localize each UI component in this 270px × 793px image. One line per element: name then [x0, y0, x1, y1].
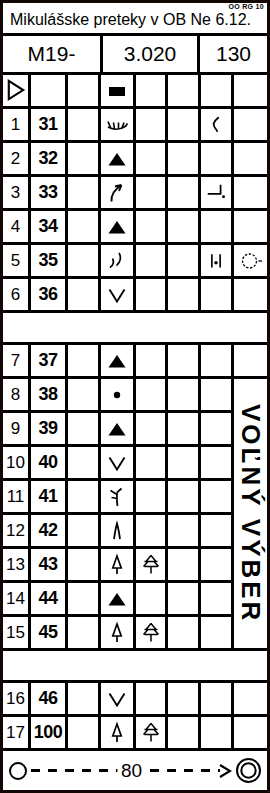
boulder-icon: [105, 147, 129, 171]
climb-cell: 130: [200, 36, 267, 72]
control-code-cell: 39: [31, 413, 68, 447]
symbol-cell-h: [234, 345, 267, 379]
symbol-cell-c: [68, 75, 101, 109]
symbol-cell-d: [101, 177, 136, 211]
symbol-cell-h: [234, 245, 267, 279]
course-header: M19- 3.020 130: [3, 36, 267, 75]
control-number-cell: 16: [3, 683, 31, 717]
control-row: 535: [3, 245, 267, 279]
control-description-card: OO RG 10 Mikulášske preteky v OB Ne 6.12…: [0, 0, 270, 793]
symbol-cell-h: [234, 717, 267, 751]
control-code-cell: 44: [31, 583, 68, 617]
control-code-cell: 36: [31, 279, 68, 313]
control-number-cell: 13: [3, 549, 31, 583]
symbol-cell-g: [201, 75, 234, 109]
symbol-cell-d: [101, 683, 136, 717]
symbol-cell-g: [201, 717, 234, 751]
symbol-cell-c: [68, 717, 101, 751]
symbol-cell-h: [234, 109, 267, 143]
symbol-cell-e: [136, 379, 168, 413]
control-row: 1545: [3, 617, 267, 651]
control-number-cell: 4: [3, 211, 31, 245]
symbol-cell-f: [168, 379, 201, 413]
symbol-cell-f: [168, 279, 201, 313]
route-distance: 80: [117, 760, 146, 782]
control-number-cell: 9: [3, 413, 31, 447]
control-code-cell: 31: [31, 109, 68, 143]
event-title: Mikulášske preteky v OB Ne 6.12.: [10, 11, 251, 29]
symbol-cell-e: [136, 683, 168, 717]
control-row: 131: [3, 109, 267, 143]
symbol-cell-f: [168, 345, 201, 379]
symbol-cell-c: [68, 683, 101, 717]
reentrant-icon: [105, 283, 129, 307]
symbol-cell-g: [201, 447, 234, 481]
start-row: [3, 75, 267, 109]
corner-dot-icon: [205, 181, 227, 205]
control-code-cell: [31, 75, 68, 109]
curved-arrow-icon: [105, 181, 129, 205]
start-triangle-icon: [4, 79, 27, 102]
symbol-cell-h: [234, 413, 267, 447]
symbol-cell-d: [101, 447, 136, 481]
symbol-cell-d: [101, 413, 136, 447]
control-row: 333: [3, 177, 267, 211]
symbol-cell-g: [201, 515, 234, 549]
knoll-dot-icon: [105, 383, 129, 407]
symbol-cell-e: [136, 279, 168, 313]
control-number-cell: 1: [3, 109, 31, 143]
control-code-cell: 38: [31, 379, 68, 413]
control-number-cell: 8: [3, 379, 31, 413]
symbol-cell-d: [101, 75, 136, 109]
spruce-icon: [139, 721, 163, 745]
symbol-cell-d: [101, 143, 136, 177]
control-grid: 131232333434535636737838VOĽNÝ VÝBER93910…: [3, 75, 267, 751]
symbol-cell-g: [201, 143, 234, 177]
control-code-cell: 100: [31, 717, 68, 751]
spruce-icon: [139, 553, 163, 577]
symbol-cell-g: [201, 177, 234, 211]
symbol-cell-d: [101, 583, 136, 617]
symbol-cell-g: [201, 413, 234, 447]
symbol-cell-g: [201, 345, 234, 379]
control-row: 1040: [3, 447, 267, 481]
route-arrow-icon: [218, 762, 232, 780]
finish-row: 80: [3, 751, 267, 790]
last-control-circle-icon: [8, 761, 28, 781]
control-code-cell: 40: [31, 447, 68, 481]
separator-band: [3, 313, 267, 345]
control-code-cell: 43: [31, 549, 68, 583]
control-code-cell: 45: [31, 617, 68, 651]
symbol-cell-e: [136, 75, 168, 109]
symbol-cell-c: [68, 583, 101, 617]
control-number-cell: 3: [3, 177, 31, 211]
symbol-cell-c: [68, 143, 101, 177]
control-code-cell: 35: [31, 245, 68, 279]
symbol-cell-f: [168, 143, 201, 177]
control-row: 232: [3, 143, 267, 177]
control-row: 838VOĽNÝ VÝBER: [3, 379, 267, 413]
symbol-cell-f: [168, 447, 201, 481]
taped-route: 80: [31, 751, 232, 790]
control-code-cell: 32: [31, 143, 68, 177]
symbol-cell-f: [168, 177, 201, 211]
control-number-cell: 5: [3, 245, 31, 279]
boulder-icon: [105, 417, 129, 441]
symbol-cell-g: [201, 245, 234, 279]
symbol-cell-g: [201, 617, 234, 651]
control-code-cell: 46: [31, 683, 68, 717]
symbol-cell-e: [136, 583, 168, 617]
symbol-cell-c: [68, 413, 101, 447]
control-row: 1343: [3, 549, 267, 583]
symbol-cell-d: [101, 617, 136, 651]
control-row: 737: [3, 345, 267, 379]
symbol-cell-f: [168, 617, 201, 651]
control-code-cell: 34: [31, 211, 68, 245]
symbol-cell-c: [68, 617, 101, 651]
control-number-cell: 17: [3, 717, 31, 751]
boulder-icon: [105, 587, 129, 611]
symbol-cell-h: [234, 143, 267, 177]
symbol-cell-h: [234, 481, 267, 515]
symbol-cell-d: [101, 279, 136, 313]
control-code-cell: 33: [31, 177, 68, 211]
symbol-cell-f: [168, 75, 201, 109]
symbol-cell-e: [136, 143, 168, 177]
symbol-cell-h: [234, 583, 267, 617]
symbol-cell-d: [101, 549, 136, 583]
org-code: OO RG 10: [229, 3, 264, 10]
control-number-cell: 15: [3, 617, 31, 651]
control-number-cell: 7: [3, 345, 31, 379]
finish-icon: [235, 757, 262, 784]
symbol-cell-d: [101, 211, 136, 245]
control-number-cell: 14: [3, 583, 31, 617]
symbol-cell-f: [168, 717, 201, 751]
control-number-cell: 10: [3, 447, 31, 481]
start-symbol-cell: [3, 75, 31, 109]
symbol-cell-h: [234, 549, 267, 583]
boulder-icon: [105, 349, 129, 373]
symbol-cell-f: [168, 109, 201, 143]
root-plate-icon: [105, 113, 129, 137]
control-number-cell: 12: [3, 515, 31, 549]
symbol-cell-c: [68, 549, 101, 583]
control-code-cell: 37: [31, 345, 68, 379]
symbol-cell-c: [68, 379, 101, 413]
tree-outline-icon: [105, 553, 129, 577]
symbol-cell-d: [101, 515, 136, 549]
symbol-cell-c: [68, 481, 101, 515]
symbol-cell-h: [234, 515, 267, 549]
small-gully-icon: [105, 249, 129, 273]
control-code-cell: 42: [31, 515, 68, 549]
building-icon: [105, 79, 129, 103]
symbol-cell-d: [101, 717, 136, 751]
symbol-cell-c: [68, 279, 101, 313]
control-row: 1646: [3, 683, 267, 717]
control-number-cell: 2: [3, 143, 31, 177]
control-row: 939: [3, 413, 267, 447]
symbol-cell-e: [136, 515, 168, 549]
reentrant-icon: [105, 687, 129, 711]
symbol-cell-e: [136, 413, 168, 447]
symbol-cell-d: [101, 245, 136, 279]
control-row: 1444: [3, 583, 267, 617]
symbol-cell-e: [136, 549, 168, 583]
symbol-cell-e: [136, 177, 168, 211]
symbol-cell-h: VOĽNÝ VÝBER: [234, 379, 267, 413]
tree-outline-icon: [105, 621, 129, 645]
symbol-cell-h: [234, 447, 267, 481]
symbol-cell-e: [136, 245, 168, 279]
symbol-cell-h: [234, 279, 267, 313]
symbol-cell-g: [201, 211, 234, 245]
symbol-cell-h: [234, 177, 267, 211]
control-row: 434: [3, 211, 267, 245]
symbol-cell-c: [68, 345, 101, 379]
symbol-cell-f: [168, 245, 201, 279]
control-row: 636: [3, 279, 267, 313]
symbol-cell-g: [201, 683, 234, 717]
control-row: 17100: [3, 717, 267, 751]
control-row: 1242: [3, 515, 267, 549]
symbol-cell-f: [168, 481, 201, 515]
symbol-cell-f: [168, 549, 201, 583]
symbol-cell-d: [101, 109, 136, 143]
symbol-cell-c: [68, 211, 101, 245]
separator-band: [3, 651, 267, 683]
symbol-cell-d: [101, 481, 136, 515]
symbol-cell-f: [168, 583, 201, 617]
bend-icon: [205, 113, 227, 137]
circle-dash-icon: [239, 249, 263, 273]
symbol-cell-f: [168, 413, 201, 447]
symbol-cell-e: [136, 211, 168, 245]
control-number-cell: 6: [3, 279, 31, 313]
symbol-cell-c: [68, 515, 101, 549]
between-icon: [205, 249, 227, 273]
symbol-cell-g: [201, 583, 234, 617]
boulder-icon: [105, 215, 129, 239]
symbol-cell-c: [68, 177, 101, 211]
symbol-cell-c: [68, 447, 101, 481]
symbol-cell-e: [136, 481, 168, 515]
spur-icon: [105, 519, 129, 543]
symbol-cell-e: [136, 447, 168, 481]
symbol-cell-h: [234, 617, 267, 651]
symbol-cell-d: [101, 345, 136, 379]
symbol-cell-f: [168, 211, 201, 245]
control-code-cell: 41: [31, 481, 68, 515]
symbol-cell-e: [136, 345, 168, 379]
symbol-cell-f: [168, 683, 201, 717]
tree-outline-icon: [105, 721, 129, 745]
title-band: OO RG 10 Mikulášske preteky v OB Ne 6.12…: [3, 3, 267, 36]
control-row: 1141: [3, 481, 267, 515]
symbol-cell-e: [136, 109, 168, 143]
symbol-cell-d: [101, 379, 136, 413]
twig-icon: [105, 485, 129, 509]
course-length-cell: 3.020: [103, 36, 200, 72]
symbol-cell-f: [168, 515, 201, 549]
symbol-cell-h: [234, 211, 267, 245]
symbol-cell-e: [136, 717, 168, 751]
symbol-cell-g: [201, 109, 234, 143]
symbol-cell-e: [136, 617, 168, 651]
symbol-cell-g: [201, 279, 234, 313]
symbol-cell-h: [234, 683, 267, 717]
symbol-cell-h: [234, 75, 267, 109]
symbol-cell-g: [201, 379, 234, 413]
symbol-cell-c: [68, 109, 101, 143]
control-number-cell: 11: [3, 481, 31, 515]
class-cell: M19-: [3, 36, 103, 72]
reentrant-icon: [105, 451, 129, 475]
spruce-icon: [139, 621, 163, 645]
symbol-cell-g: [201, 549, 234, 583]
symbol-cell-g: [201, 481, 234, 515]
symbol-cell-c: [68, 245, 101, 279]
